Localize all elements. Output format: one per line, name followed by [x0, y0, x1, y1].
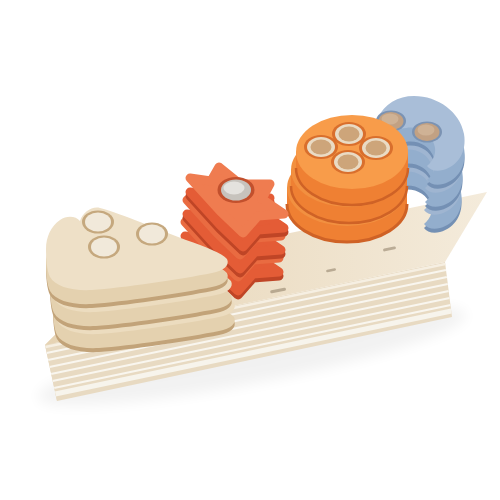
- circle-peg-3: [359, 136, 393, 160]
- star-peg: [218, 177, 255, 203]
- cloud-peg-disc: [91, 238, 117, 257]
- circle-peg-4: [331, 150, 365, 174]
- star-peg-highlight: [224, 182, 245, 195]
- cloud-peg-disc: [85, 213, 111, 232]
- cloud-peg-disc: [139, 225, 165, 244]
- moon-peg-2: [412, 122, 442, 143]
- circle-peg-1: [304, 135, 338, 159]
- circle-peg-disc: [311, 140, 332, 155]
- circle-peg-disc: [366, 141, 387, 156]
- toy-illustration: [0, 0, 500, 500]
- cloud-peg-1: [82, 211, 114, 234]
- circle-peg-2: [332, 122, 366, 146]
- circle-peg-disc: [339, 127, 360, 142]
- circle-peg-disc: [338, 155, 359, 170]
- circle-stack: [287, 115, 408, 242]
- moon-peg-highlight: [418, 125, 435, 136]
- product-photo-stage: [0, 0, 500, 500]
- cloud-peg-3: [88, 236, 120, 259]
- cloud-peg-2: [136, 223, 168, 246]
